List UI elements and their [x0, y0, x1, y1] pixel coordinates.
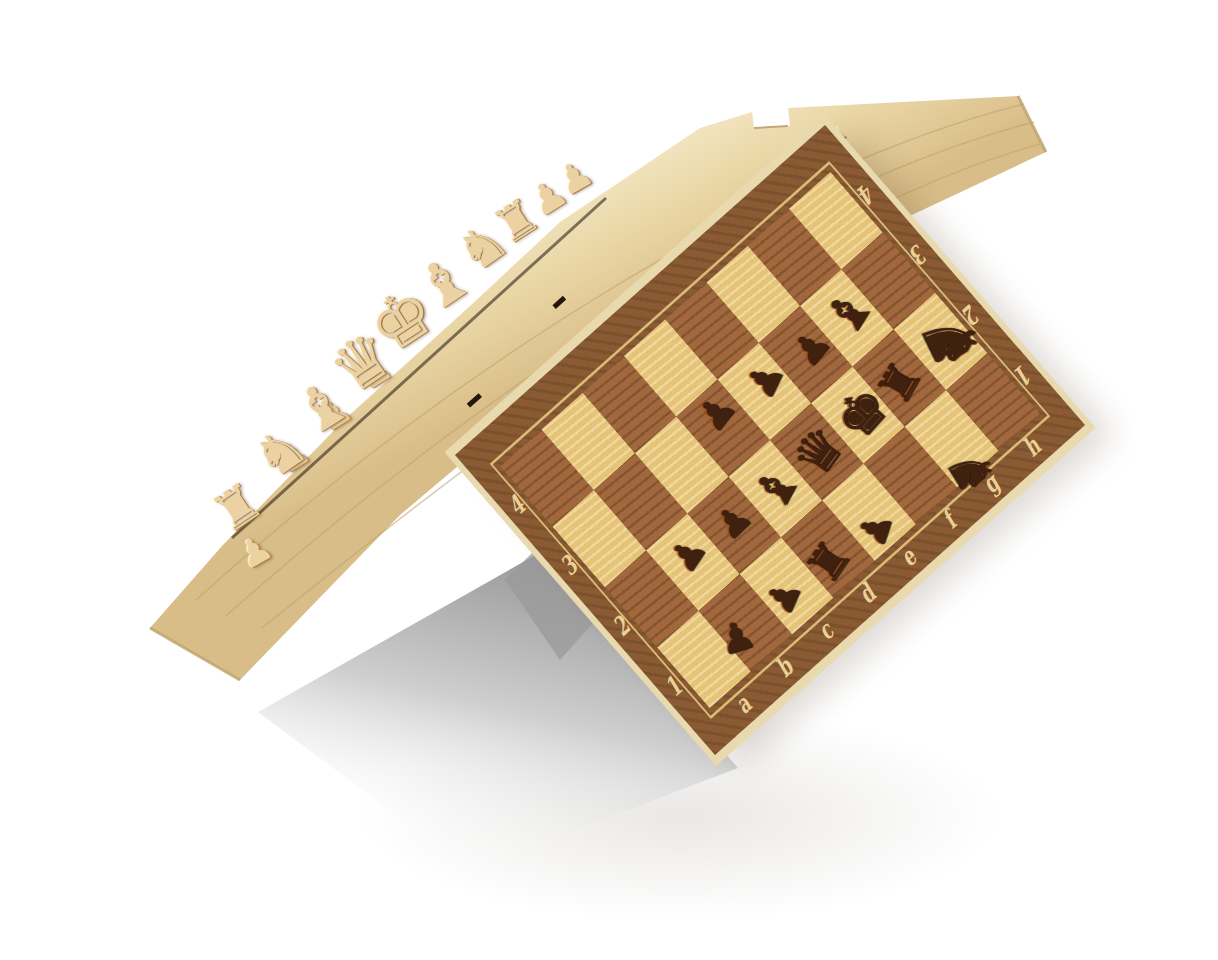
- product-photo-folding-chess-set: abcdefgh11223344 ♟♟♟♝♞♟♟♝♛♚♜♟♟♜♟♞♟♟♟♟♜♞♝…: [0, 0, 1218, 960]
